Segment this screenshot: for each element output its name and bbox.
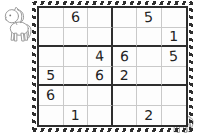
cell-r3c3: 4 [88,47,113,67]
stitched-border-left [32,2,36,131]
cell-r4c5[interactable] [137,67,162,87]
given-digit: 5 [144,10,154,25]
cell-r6c1[interactable] [39,106,64,126]
cell-r6c3[interactable] [88,106,113,126]
cell-r4c2[interactable] [64,67,89,87]
cell-r3c1[interactable] [39,47,64,67]
cell-r2c5[interactable] [137,28,162,48]
cell-r4c3: 6 [88,67,113,87]
cell-r6c5: 2 [137,106,162,126]
cell-r3c6: 5 [162,47,187,67]
cell-r4c6[interactable] [162,67,187,87]
pony-icon [2,6,35,43]
stitched-border-top [33,1,192,5]
cell-r2c1[interactable] [39,28,64,48]
cell-r4c4: 2 [113,67,138,87]
cell-r1c3[interactable] [88,8,113,28]
cell-r5c1: 6 [39,86,64,106]
stitched-border-right [189,2,193,131]
given-digit: 6 [119,49,129,64]
cell-r5c4[interactable] [113,86,138,106]
given-digit: 1 [71,108,80,122]
sudoku-board: 651465562612 [37,6,188,127]
cell-r2c6: 1 [162,28,187,48]
stitched-border-bottom [33,128,192,132]
cell-r6c2: 1 [64,106,89,126]
cell-r2c4[interactable] [113,28,138,48]
given-digit: 6 [70,10,80,25]
cell-r1c5: 5 [137,8,162,28]
cell-r4c1: 5 [39,67,64,87]
given-digit: 6 [94,68,104,83]
given-digit: 2 [144,108,153,122]
sudoku-worksheet: 651465562612 [0,0,200,135]
cell-r6c4[interactable] [113,106,138,126]
given-digit: 5 [169,49,179,64]
given-digit: 1 [169,29,178,43]
given-digit: 5 [46,68,55,82]
given-digit: 4 [94,49,104,64]
cell-r2c3[interactable] [88,28,113,48]
cell-r5c5[interactable] [137,86,162,106]
given-digit: 2 [120,68,129,82]
given-digit: 6 [46,88,56,103]
cell-r1c2: 6 [64,8,89,28]
cell-r3c4: 6 [113,47,138,67]
cell-r5c2[interactable] [64,86,89,106]
cell-r3c2[interactable] [64,47,89,67]
cell-r3c5[interactable] [137,47,162,67]
cell-r1c6[interactable] [162,8,187,28]
cell-r5c6[interactable] [162,86,187,106]
cell-r1c4[interactable] [113,8,138,28]
cell-r5c3[interactable] [88,86,113,106]
cell-r2c2[interactable] [64,28,89,48]
sudoku-grid: 651465562612 [39,8,186,125]
pony-clipart-top-left [2,6,35,43]
cell-r6c6[interactable] [162,106,187,126]
cell-r1c1[interactable] [39,8,64,28]
